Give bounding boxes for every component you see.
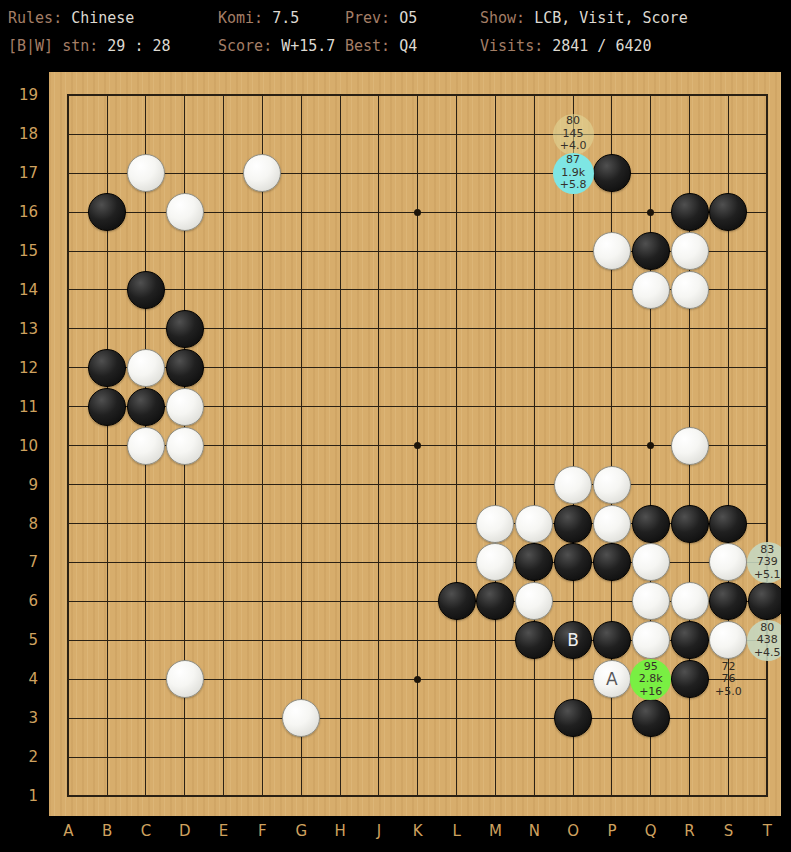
stone-black-p7[interactable] — [593, 543, 631, 581]
grid-line — [573, 94, 574, 797]
column-label-l: L — [447, 822, 467, 840]
stone-black-n7[interactable] — [515, 543, 553, 581]
column-label-a: A — [58, 822, 78, 840]
column-label-g: G — [291, 822, 311, 840]
stone-white-q6[interactable] — [632, 582, 670, 620]
stone-white-r14[interactable] — [671, 271, 709, 309]
stat-score-value: W+15.7 — [281, 37, 335, 55]
stat-show-label: Show: — [480, 9, 525, 27]
stone-white-d11[interactable] — [166, 388, 204, 426]
star-point — [414, 676, 421, 683]
stone-black-s16[interactable] — [709, 193, 747, 231]
stone-black-l6[interactable] — [438, 582, 476, 620]
row-label-10: 10 — [4, 437, 38, 455]
stat-rules-label: Rules: — [8, 9, 62, 27]
stone-white-r10[interactable] — [671, 427, 709, 465]
row-label-5: 5 — [4, 631, 38, 649]
row-label-3: 3 — [4, 709, 38, 727]
stone-black-d12[interactable] — [166, 349, 204, 387]
stat-show: Show:LCB, Visit, Score — [480, 9, 688, 27]
stone-black-p17[interactable] — [593, 154, 631, 192]
stone-white-s7[interactable] — [709, 543, 747, 581]
stone-white-p4[interactable] — [593, 660, 631, 698]
analysis-annotation-o17[interactable]: 871.9k+5.8 — [553, 153, 594, 194]
stone-white-n6[interactable] — [515, 582, 553, 620]
star-point — [414, 209, 421, 216]
stat-prev-label: Prev: — [345, 9, 390, 27]
stone-white-q7[interactable] — [632, 543, 670, 581]
column-label-m: M — [485, 822, 505, 840]
column-label-h: H — [330, 822, 350, 840]
stone-black-s6[interactable] — [709, 582, 747, 620]
stat-stone-count: [B|W] stn:29 : 28 — [8, 37, 171, 55]
stone-white-g3[interactable] — [282, 699, 320, 737]
status-bar: Rules:Chinese Komi:7.5 Prev:O5 Show:LCB,… — [0, 0, 791, 72]
stone-white-p15[interactable] — [593, 232, 631, 270]
stat-rules: Rules:Chinese — [8, 9, 134, 27]
stone-black-o7[interactable] — [554, 543, 592, 581]
stone-white-n8[interactable] — [515, 505, 553, 543]
stone-white-r6[interactable] — [671, 582, 709, 620]
stat-komi: Komi:7.5 — [218, 9, 299, 27]
row-label-16: 16 — [4, 203, 38, 221]
analysis-annotation-q4[interactable]: 952.8k+16 — [630, 659, 671, 700]
row-label-6: 6 — [4, 592, 38, 610]
stone-white-q5[interactable] — [632, 621, 670, 659]
stat-prev-value: O5 — [399, 9, 417, 27]
grid-line — [67, 795, 768, 797]
stat-stone-count-label: [B|W] stn: — [8, 37, 98, 55]
stat-visits-label: Visits: — [480, 37, 543, 55]
stone-white-s5[interactable] — [709, 621, 747, 659]
stone-black-r5[interactable] — [671, 621, 709, 659]
stone-black-r8[interactable] — [671, 505, 709, 543]
stone-black-m6[interactable] — [476, 582, 514, 620]
grid-line — [67, 757, 768, 758]
stone-black-c11[interactable] — [127, 388, 165, 426]
stone-white-d10[interactable] — [166, 427, 204, 465]
row-label-12: 12 — [4, 359, 38, 377]
row-label-2: 2 — [4, 748, 38, 766]
star-point — [647, 209, 654, 216]
row-label-15: 15 — [4, 242, 38, 260]
stone-black-o8[interactable] — [554, 505, 592, 543]
stone-white-m8[interactable] — [476, 505, 514, 543]
stat-rules-value: Chinese — [71, 9, 134, 27]
stone-white-o9[interactable] — [554, 466, 592, 504]
column-label-n: N — [524, 822, 544, 840]
stone-white-c17[interactable] — [127, 154, 165, 192]
column-label-e: E — [214, 822, 234, 840]
stone-white-p9[interactable] — [593, 466, 631, 504]
stone-black-p5[interactable] — [593, 621, 631, 659]
stone-black-s8[interactable] — [709, 505, 747, 543]
analysis-annotation-t7[interactable]: 83739+5.1 — [747, 542, 781, 583]
row-label-14: 14 — [4, 281, 38, 299]
stone-black-o5[interactable] — [554, 621, 592, 659]
stat-komi-value: 7.5 — [272, 9, 299, 27]
star-point — [647, 442, 654, 449]
go-board[interactable]: AB80145+4.0871.9k+5.883739+5.180438+4.59… — [49, 72, 781, 816]
stone-white-c10[interactable] — [127, 427, 165, 465]
column-label-t: T — [757, 822, 777, 840]
stone-white-r15[interactable] — [671, 232, 709, 270]
stone-black-q8[interactable] — [632, 505, 670, 543]
stone-white-d16[interactable] — [166, 193, 204, 231]
stone-black-n5[interactable] — [515, 621, 553, 659]
stat-stone-count-value: 29 : 28 — [107, 37, 170, 55]
stat-komi-label: Komi: — [218, 9, 263, 27]
stone-black-b11[interactable] — [88, 388, 126, 426]
row-label-13: 13 — [4, 320, 38, 338]
row-label-19: 19 — [4, 86, 38, 104]
column-label-k: K — [408, 822, 428, 840]
stone-black-b16[interactable] — [88, 193, 126, 231]
column-label-f: F — [252, 822, 272, 840]
stat-best-label: Best: — [345, 37, 390, 55]
row-label-4: 4 — [4, 670, 38, 688]
grid-line — [456, 94, 457, 797]
column-label-r: R — [680, 822, 700, 840]
stone-white-m7[interactable] — [476, 543, 514, 581]
stone-black-d13[interactable] — [166, 310, 204, 348]
stone-black-q15[interactable] — [632, 232, 670, 270]
star-point — [414, 442, 421, 449]
stone-black-r4[interactable] — [671, 660, 709, 698]
stone-black-b12[interactable] — [88, 349, 126, 387]
stone-white-d4[interactable] — [166, 660, 204, 698]
stat-visits-value: 2841 / 6420 — [552, 37, 651, 55]
stone-black-c14[interactable] — [127, 271, 165, 309]
stat-score-label: Score: — [218, 37, 272, 55]
analysis-annotation-s4[interactable]: 7276+5.0 — [708, 659, 749, 700]
grid-line — [534, 94, 535, 797]
stat-score: Score:W+15.7 — [218, 37, 335, 55]
stone-white-q14[interactable] — [632, 271, 670, 309]
column-label-b: B — [97, 822, 117, 840]
column-label-d: D — [175, 822, 195, 840]
row-label-8: 8 — [4, 515, 38, 533]
stat-best-value: Q4 — [399, 37, 417, 55]
grid-line — [766, 94, 768, 797]
stone-black-r16[interactable] — [671, 193, 709, 231]
stat-prev-move: Prev:O5 — [345, 9, 417, 27]
stone-white-c12[interactable] — [127, 349, 165, 387]
column-label-o: O — [563, 822, 583, 840]
analysis-annotation-t5[interactable]: 80438+4.5 — [747, 620, 781, 661]
row-label-11: 11 — [4, 398, 38, 416]
stone-black-q3[interactable] — [632, 699, 670, 737]
stone-black-t6[interactable] — [748, 582, 781, 620]
grid-line — [67, 484, 768, 485]
column-label-s: S — [718, 822, 738, 840]
stone-white-f17[interactable] — [243, 154, 281, 192]
stone-white-p8[interactable] — [593, 505, 631, 543]
row-label-9: 9 — [4, 476, 38, 494]
analysis-annotation-o18[interactable]: 80145+4.0 — [553, 114, 594, 155]
column-label-c: C — [136, 822, 156, 840]
column-label-p: P — [602, 822, 622, 840]
stat-best-move: Best:Q4 — [345, 37, 417, 55]
stat-visits: Visits:2841 / 6420 — [480, 37, 652, 55]
column-label-q: Q — [641, 822, 661, 840]
row-label-7: 7 — [4, 553, 38, 571]
stat-show-value: LCB, Visit, Score — [534, 9, 688, 27]
grid-line — [495, 94, 496, 797]
column-label-j: J — [369, 822, 389, 840]
stone-black-o3[interactable] — [554, 699, 592, 737]
row-label-18: 18 — [4, 125, 38, 143]
row-label-1: 1 — [4, 787, 38, 805]
row-label-17: 17 — [4, 164, 38, 182]
